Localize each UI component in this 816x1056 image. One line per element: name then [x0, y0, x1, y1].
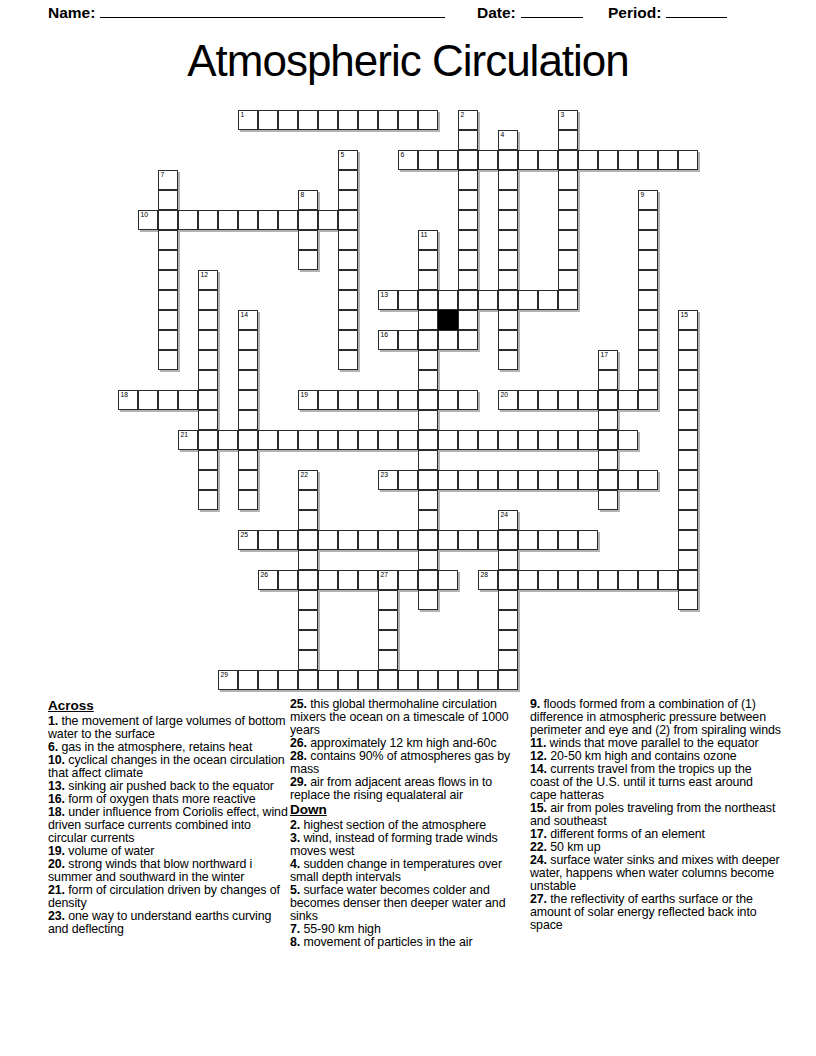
grid-cell[interactable]: [498, 650, 518, 670]
grid-cell[interactable]: [498, 250, 518, 270]
grid-cell[interactable]: [238, 470, 258, 490]
grid-cell[interactable]: [418, 110, 438, 130]
grid-cell[interactable]: [538, 430, 558, 450]
date-input-line[interactable]: [521, 3, 583, 18]
grid-cell[interactable]: [638, 230, 658, 250]
grid-cell[interactable]: [578, 150, 598, 170]
grid-cell[interactable]: [178, 390, 198, 410]
grid-cell[interactable]: [498, 530, 518, 550]
grid-cell[interactable]: 1: [238, 110, 258, 130]
grid-cell[interactable]: 24: [498, 510, 518, 530]
grid-cell[interactable]: [638, 250, 658, 270]
grid-cell[interactable]: [418, 150, 438, 170]
grid-cell[interactable]: [498, 590, 518, 610]
grid-cell[interactable]: [558, 190, 578, 210]
grid-cell[interactable]: [558, 530, 578, 550]
grid-cell[interactable]: [318, 530, 338, 550]
grid-cell[interactable]: [458, 150, 478, 170]
grid-cell[interactable]: [438, 530, 458, 550]
grid-cell[interactable]: [298, 550, 318, 570]
grid-cell[interactable]: [618, 470, 638, 490]
grid-cell[interactable]: [378, 650, 398, 670]
grid-cell[interactable]: 2: [458, 110, 478, 130]
grid-cell[interactable]: [478, 150, 498, 170]
grid-cell[interactable]: [138, 390, 158, 410]
grid-cell[interactable]: 7: [158, 170, 178, 190]
grid-cell[interactable]: [478, 430, 498, 450]
grid-cell[interactable]: [418, 550, 438, 570]
grid-cell[interactable]: [418, 290, 438, 310]
grid-cell[interactable]: [418, 470, 438, 490]
grid-cell[interactable]: [678, 570, 698, 590]
grid-cell[interactable]: [338, 390, 358, 410]
grid-cell[interactable]: [578, 390, 598, 410]
grid-cell[interactable]: [338, 310, 358, 330]
grid-cell[interactable]: [638, 330, 658, 350]
grid-cell[interactable]: [638, 310, 658, 330]
grid-cell[interactable]: [418, 430, 438, 450]
grid-cell[interactable]: [418, 350, 438, 370]
clue-column-3: 9. floods formed from a combination of (…: [530, 698, 782, 932]
name-input-line[interactable]: [100, 3, 445, 18]
grid-cell[interactable]: [338, 670, 358, 690]
grid-cell[interactable]: [178, 210, 198, 230]
grid-cell[interactable]: [198, 310, 218, 330]
grid-cell[interactable]: [418, 570, 438, 590]
cell-number: 26: [261, 571, 269, 578]
grid-cell[interactable]: [298, 670, 318, 690]
grid-cell[interactable]: [498, 230, 518, 250]
grid-cell[interactable]: [238, 370, 258, 390]
grid-cell[interactable]: [498, 630, 518, 650]
grid-cell[interactable]: 16: [378, 330, 398, 350]
grid-cell[interactable]: [238, 350, 258, 370]
grid-cell[interactable]: [398, 470, 418, 490]
grid-cell[interactable]: [338, 350, 358, 370]
grid-cell[interactable]: [298, 110, 318, 130]
grid-cell[interactable]: [298, 570, 318, 590]
grid-cell[interactable]: [198, 330, 218, 350]
grid-cell[interactable]: [458, 210, 478, 230]
grid-cell[interactable]: [678, 590, 698, 610]
grid-cell[interactable]: [338, 250, 358, 270]
period-input-line[interactable]: [666, 3, 727, 18]
grid-cell[interactable]: [238, 670, 258, 690]
cell-number: 11: [421, 231, 428, 238]
grid-cell[interactable]: [538, 570, 558, 590]
grid-cell[interactable]: [338, 210, 358, 230]
grid-cell[interactable]: [358, 530, 378, 550]
grid-cell[interactable]: 17: [598, 350, 618, 370]
grid-cell[interactable]: [598, 470, 618, 490]
grid-cell[interactable]: [598, 570, 618, 590]
grid-cell[interactable]: [418, 250, 438, 270]
grid-cell[interactable]: 25: [238, 530, 258, 550]
grid-cell[interactable]: [338, 110, 358, 130]
grid-cell[interactable]: [498, 670, 518, 690]
grid-cell[interactable]: [238, 410, 258, 430]
grid-cell[interactable]: [238, 330, 258, 350]
grid-cell[interactable]: [358, 570, 378, 590]
grid-cell[interactable]: [638, 370, 658, 390]
grid-cell[interactable]: [498, 550, 518, 570]
grid-cell[interactable]: [558, 170, 578, 190]
grid-cell[interactable]: [678, 530, 698, 550]
grid-cell[interactable]: [478, 470, 498, 490]
grid-cell[interactable]: [338, 290, 358, 310]
grid-cell[interactable]: [298, 430, 318, 450]
grid-cell[interactable]: [558, 290, 578, 310]
grid-cell[interactable]: [378, 670, 398, 690]
grid-cell[interactable]: [238, 450, 258, 470]
grid-cell[interactable]: [678, 470, 698, 490]
grid-cell[interactable]: [538, 470, 558, 490]
grid-cell[interactable]: [638, 350, 658, 370]
grid-cell[interactable]: [458, 270, 478, 290]
grid-cell[interactable]: [158, 390, 178, 410]
grid-cell[interactable]: [198, 370, 218, 390]
grid-cell[interactable]: [678, 430, 698, 450]
grid-cell[interactable]: [458, 190, 478, 210]
grid-cell[interactable]: [398, 670, 418, 690]
grid-cell[interactable]: 3: [558, 110, 578, 130]
grid-cell[interactable]: [438, 430, 458, 450]
grid-cell[interactable]: [678, 330, 698, 350]
grid-cell[interactable]: 10: [138, 210, 158, 230]
grid-cell[interactable]: [298, 590, 318, 610]
grid-cell[interactable]: [158, 310, 178, 330]
grid-cell[interactable]: [618, 390, 638, 410]
grid-cell[interactable]: 13: [378, 290, 398, 310]
grid-cell[interactable]: [438, 570, 458, 590]
grid-cell[interactable]: [678, 370, 698, 390]
grid-cell[interactable]: [438, 290, 458, 310]
grid-cell[interactable]: [378, 530, 398, 550]
grid-cell[interactable]: [518, 290, 538, 310]
grid-cell[interactable]: [198, 490, 218, 510]
grid-cell[interactable]: [558, 390, 578, 410]
grid-cell[interactable]: [218, 430, 238, 450]
grid-cell[interactable]: [418, 670, 438, 690]
grid-cell[interactable]: 20: [498, 390, 518, 410]
grid-cell[interactable]: [498, 470, 518, 490]
grid-cell[interactable]: [438, 390, 458, 410]
grid-cell[interactable]: [358, 110, 378, 130]
grid-cell[interactable]: [258, 110, 278, 130]
grid-cell[interactable]: [558, 570, 578, 590]
grid-cell[interactable]: [438, 670, 458, 690]
grid-cell[interactable]: [598, 390, 618, 410]
grid-cell[interactable]: [538, 530, 558, 550]
grid-cell[interactable]: [278, 430, 298, 450]
grid-cell[interactable]: [478, 670, 498, 690]
grid-cell[interactable]: [458, 130, 478, 150]
grid-cell[interactable]: [498, 350, 518, 370]
grid-cell[interactable]: [158, 350, 178, 370]
grid-cell[interactable]: [598, 150, 618, 170]
grid-cell[interactable]: 14: [238, 310, 258, 330]
grid-cell[interactable]: [398, 290, 418, 310]
grid-cell[interactable]: [578, 430, 598, 450]
grid-cell[interactable]: [158, 250, 178, 270]
grid-cell[interactable]: [318, 110, 338, 130]
grid-cell[interactable]: [258, 670, 278, 690]
grid-cell[interactable]: [318, 210, 338, 230]
grid-cell[interactable]: [278, 670, 298, 690]
grid-cell[interactable]: [258, 530, 278, 550]
grid-cell[interactable]: [378, 610, 398, 630]
grid-cell[interactable]: [418, 310, 438, 330]
grid-cell[interactable]: [398, 330, 418, 350]
grid-cell[interactable]: 9: [638, 190, 658, 210]
grid-cell[interactable]: [438, 150, 458, 170]
clue-across-18: 18. under influence from Coriolis effect…: [48, 806, 291, 845]
grid-cell[interactable]: [438, 470, 458, 490]
grid-cell[interactable]: [618, 430, 638, 450]
grid-cell[interactable]: [558, 470, 578, 490]
grid-cell[interactable]: [498, 190, 518, 210]
grid-cell[interactable]: [278, 110, 298, 130]
grid-cell[interactable]: [458, 530, 478, 550]
grid-cell[interactable]: [558, 130, 578, 150]
grid-cell[interactable]: [418, 370, 438, 390]
grid-cell[interactable]: [598, 430, 618, 450]
grid-cell[interactable]: [658, 150, 678, 170]
grid-cell[interactable]: [318, 570, 338, 590]
grid-cell[interactable]: 18: [118, 390, 138, 410]
grid-cell[interactable]: [518, 430, 538, 450]
grid-cell[interactable]: [598, 370, 618, 390]
grid-cell[interactable]: [318, 670, 338, 690]
grid-cell[interactable]: [598, 450, 618, 470]
grid-cell[interactable]: [298, 230, 318, 250]
grid-cell[interactable]: [518, 530, 538, 550]
grid-cell[interactable]: [198, 450, 218, 470]
grid-cell[interactable]: [578, 570, 598, 590]
grid-cell[interactable]: [678, 390, 698, 410]
grid-cell[interactable]: [278, 210, 298, 230]
grid-cell[interactable]: [538, 390, 558, 410]
grid-cell[interactable]: [378, 430, 398, 450]
grid-cell[interactable]: [458, 170, 478, 190]
grid-cell[interactable]: [458, 470, 478, 490]
grid-cell[interactable]: [418, 530, 438, 550]
grid-cell[interactable]: 28: [478, 570, 498, 590]
grid-cell[interactable]: [378, 630, 398, 650]
grid-cell[interactable]: [558, 150, 578, 170]
grid-cell[interactable]: [558, 210, 578, 230]
grid-cell[interactable]: [518, 570, 538, 590]
grid-cell[interactable]: [638, 390, 658, 410]
grid-cell[interactable]: [378, 110, 398, 130]
grid-cell[interactable]: [278, 530, 298, 550]
grid-cell[interactable]: [418, 510, 438, 530]
grid-cell[interactable]: [398, 530, 418, 550]
grid-cell[interactable]: [638, 210, 658, 230]
grid-cell[interactable]: 8: [298, 190, 318, 210]
grid-cell[interactable]: [638, 570, 658, 590]
grid-cell[interactable]: 23: [378, 470, 398, 490]
grid-cell[interactable]: 26: [258, 570, 278, 590]
grid-cell[interactable]: [218, 210, 238, 230]
grid-cell[interactable]: [678, 510, 698, 530]
grid-cell[interactable]: [458, 670, 478, 690]
grid-cell[interactable]: [298, 510, 318, 530]
grid-cell[interactable]: [398, 110, 418, 130]
grid-cell[interactable]: [338, 330, 358, 350]
grid-cell[interactable]: [398, 430, 418, 450]
grid-cell[interactable]: [198, 390, 218, 410]
grid-cell[interactable]: 11: [418, 230, 438, 250]
grid-cell[interactable]: [418, 390, 438, 410]
grid-cell[interactable]: [598, 410, 618, 430]
grid-cell[interactable]: [198, 210, 218, 230]
grid-cell[interactable]: 4: [498, 130, 518, 150]
grid-cell[interactable]: [498, 290, 518, 310]
grid-cell[interactable]: 21: [178, 430, 198, 450]
grid-cell[interactable]: [678, 410, 698, 430]
grid-cell[interactable]: [498, 270, 518, 290]
grid-cell[interactable]: [498, 570, 518, 590]
grid-cell[interactable]: [318, 390, 338, 410]
grid-cell[interactable]: [158, 330, 178, 350]
grid-cell[interactable]: [458, 330, 478, 350]
grid-cell[interactable]: [478, 530, 498, 550]
grid-cell[interactable]: [378, 590, 398, 610]
grid-cell[interactable]: [638, 270, 658, 290]
grid-cell[interactable]: [418, 270, 438, 290]
grid-cell[interactable]: [498, 210, 518, 230]
grid-cell[interactable]: [338, 270, 358, 290]
grid-cell[interactable]: [498, 610, 518, 630]
grid-cell[interactable]: [578, 530, 598, 550]
grid-cell[interactable]: 5: [338, 150, 358, 170]
grid-cell[interactable]: [518, 390, 538, 410]
grid-cell[interactable]: [458, 250, 478, 270]
grid-cell[interactable]: [298, 650, 318, 670]
grid-cell[interactable]: [378, 390, 398, 410]
grid-cell[interactable]: [198, 430, 218, 450]
grid-cell[interactable]: [358, 670, 378, 690]
grid-cell[interactable]: [158, 190, 178, 210]
grid-cell[interactable]: [538, 290, 558, 310]
grid-cell[interactable]: [258, 210, 278, 230]
grid-cell[interactable]: 12: [198, 270, 218, 290]
grid-cell[interactable]: [418, 330, 438, 350]
grid-cell[interactable]: [298, 530, 318, 550]
grid-cell[interactable]: [198, 290, 218, 310]
grid-cell[interactable]: [338, 190, 358, 210]
grid-cell[interactable]: [238, 490, 258, 510]
grid-cell[interactable]: [498, 310, 518, 330]
grid-cell[interactable]: [238, 210, 258, 230]
grid-cell[interactable]: [278, 570, 298, 590]
grid-cell[interactable]: [618, 570, 638, 590]
grid-cell[interactable]: [298, 250, 318, 270]
grid-cell[interactable]: [198, 410, 218, 430]
grid-cell[interactable]: 22: [298, 470, 318, 490]
grid-cell[interactable]: [618, 150, 638, 170]
grid-cell[interactable]: [658, 570, 678, 590]
grid-cell[interactable]: [338, 230, 358, 250]
grid-cell[interactable]: [458, 290, 478, 310]
grid-cell[interactable]: 15: [678, 310, 698, 330]
grid-cell[interactable]: [418, 490, 438, 510]
grid-cell[interactable]: [478, 290, 498, 310]
clue-down-27: 27. the reflectivity of earths surface o…: [530, 893, 782, 932]
grid-cell[interactable]: [458, 310, 478, 330]
grid-cell[interactable]: [518, 150, 538, 170]
grid-cell[interactable]: [318, 430, 338, 450]
grid-cell[interactable]: [678, 490, 698, 510]
grid-cell[interactable]: [158, 270, 178, 290]
grid-cell[interactable]: [298, 210, 318, 230]
grid-cell[interactable]: [678, 350, 698, 370]
grid-cell[interactable]: [498, 330, 518, 350]
grid-cell[interactable]: [338, 430, 358, 450]
grid-cell[interactable]: [338, 530, 358, 550]
grid-cell[interactable]: [458, 230, 478, 250]
grid-cell[interactable]: [258, 430, 278, 450]
grid-cell[interactable]: [238, 430, 258, 450]
grid-cell[interactable]: [158, 230, 178, 250]
grid-cell[interactable]: [338, 170, 358, 190]
grid-cell[interactable]: [678, 150, 698, 170]
grid-cell[interactable]: [558, 250, 578, 270]
grid-cell[interactable]: [678, 450, 698, 470]
grid-cell[interactable]: [438, 330, 458, 350]
grid-cell[interactable]: [498, 170, 518, 190]
grid-cell[interactable]: [578, 470, 598, 490]
grid-cell[interactable]: [418, 410, 438, 430]
grid-cell[interactable]: 6: [398, 150, 418, 170]
grid-cell[interactable]: 27: [378, 570, 398, 590]
clue-column-1: Across1. the movement of large volumes o…: [48, 698, 291, 936]
grid-cell[interactable]: [518, 470, 538, 490]
grid-cell[interactable]: [638, 290, 658, 310]
grid-cell[interactable]: [418, 450, 438, 470]
grid-cell[interactable]: [598, 490, 618, 510]
grid-cell[interactable]: [158, 210, 178, 230]
grid-cell[interactable]: [458, 390, 478, 410]
grid-cell[interactable]: [458, 430, 478, 450]
grid-cell[interactable]: [298, 610, 318, 630]
grid-cell[interactable]: 19: [298, 390, 318, 410]
grid-cell[interactable]: [558, 270, 578, 290]
grid-cell[interactable]: [198, 350, 218, 370]
grid-cell[interactable]: [638, 470, 658, 490]
grid-cell[interactable]: [538, 150, 558, 170]
grid-cell[interactable]: [238, 390, 258, 410]
grid-cell[interactable]: [678, 550, 698, 570]
grid-cell[interactable]: [298, 630, 318, 650]
grid-cell[interactable]: [358, 430, 378, 450]
grid-cell[interactable]: [338, 570, 358, 590]
grid-cell[interactable]: [558, 430, 578, 450]
grid-cell[interactable]: [638, 150, 658, 170]
grid-cell[interactable]: [358, 390, 378, 410]
grid-cell[interactable]: [498, 430, 518, 450]
grid-cell[interactable]: [558, 230, 578, 250]
grid-cell[interactable]: [198, 470, 218, 490]
grid-cell[interactable]: [398, 570, 418, 590]
grid-cell[interactable]: [398, 390, 418, 410]
grid-cell[interactable]: [158, 290, 178, 310]
grid-cell[interactable]: 29: [218, 670, 238, 690]
grid-cell[interactable]: [418, 590, 438, 610]
grid-cell[interactable]: [298, 490, 318, 510]
grid-cell[interactable]: [498, 150, 518, 170]
